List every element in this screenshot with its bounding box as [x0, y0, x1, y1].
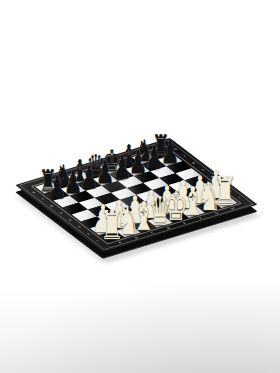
rank-label-left-4: 4: [68, 219, 73, 221]
piece-black-pawn-c7[interactable]: ♟: [80, 161, 99, 192]
rank-label-left-3: 3: [77, 226, 82, 228]
rank-label-left-6: 6: [49, 205, 54, 207]
rank-label-right-7: 7: [182, 155, 187, 157]
rank-label-left-5: 5: [58, 212, 63, 214]
rank-label-left-8: 8: [31, 191, 36, 193]
piece-black-pawn-a7[interactable]: ♟: [47, 171, 66, 202]
rank-label-left-2: 2: [86, 233, 91, 235]
rank-label-left-7: 7: [40, 198, 45, 200]
chess-set-photo: A88B77C66D55E44F33G22H11 ♜♞♝♛♚♝♞♜♟♟♟♟♟♟♟…: [0, 0, 280, 373]
rank-label-right-6: 6: [191, 162, 196, 164]
piece-white-rook-a1[interactable]: ♜: [100, 206, 124, 246]
piece-black-pawn-d7[interactable]: ♟: [96, 157, 115, 188]
piece-black-pawn-e7[interactable]: ♟: [112, 152, 131, 183]
rank-label-right-1: 1: [237, 196, 242, 198]
